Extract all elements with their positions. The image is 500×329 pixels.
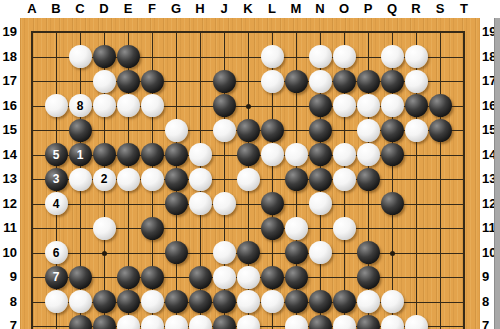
stone-white-P16 — [357, 94, 380, 117]
move-number: 5 — [53, 149, 60, 161]
stone-white-R15 — [405, 119, 428, 142]
stone-black-D8 — [93, 290, 116, 313]
stone-black-E17 — [117, 70, 140, 93]
stone-white-B10: 6 — [45, 241, 68, 264]
stone-black-O8 — [333, 290, 356, 313]
stone-black-B14: 5 — [45, 143, 68, 166]
stone-white-J12 — [213, 192, 236, 215]
stone-white-H14 — [189, 143, 212, 166]
stone-black-Q12 — [381, 192, 404, 215]
stone-white-N18 — [309, 45, 332, 68]
stone-white-N17 — [309, 70, 332, 93]
stone-black-B9: 7 — [45, 266, 68, 289]
stone-black-G13 — [165, 168, 188, 191]
stone-white-O13 — [333, 168, 356, 191]
star-point-K16 — [246, 104, 251, 109]
stone-white-N10 — [309, 241, 332, 264]
row-label-left-14: 14 — [0, 146, 17, 164]
row-label-left-15: 15 — [0, 121, 17, 139]
stone-white-P8 — [357, 290, 380, 313]
stone-white-Q8 — [381, 290, 404, 313]
stone-black-C7 — [69, 315, 92, 329]
stone-black-N7 — [309, 315, 332, 329]
stone-white-M7 — [285, 315, 308, 329]
column-label-J: J — [212, 0, 236, 17]
stone-black-L11 — [261, 217, 284, 240]
stone-white-B16 — [45, 94, 68, 117]
stone-black-N13 — [309, 168, 332, 191]
stone-white-Q16 — [381, 94, 404, 117]
stone-white-K9 — [237, 266, 260, 289]
stone-black-S15 — [429, 119, 452, 142]
stone-black-M13 — [285, 168, 308, 191]
move-number: 3 — [53, 173, 60, 185]
stone-black-H8 — [189, 290, 212, 313]
stone-black-Q14 — [381, 143, 404, 166]
stone-white-P15 — [357, 119, 380, 142]
grid-line-vertical — [31, 31, 33, 329]
column-label-K: K — [236, 0, 260, 17]
stone-white-F7 — [141, 315, 164, 329]
stone-white-R18 — [405, 45, 428, 68]
column-label-M: M — [284, 0, 308, 17]
stone-black-P17 — [357, 70, 380, 93]
stone-white-G15 — [165, 119, 188, 142]
go-board-screen: ABCDEFGHJKLMNOPQRST 19181716151413121110… — [0, 0, 500, 329]
column-label-C: C — [68, 0, 92, 17]
stone-black-J7 — [213, 315, 236, 329]
stone-black-R16 — [405, 94, 428, 117]
stone-black-K15 — [237, 119, 260, 142]
stone-white-D16 — [93, 94, 116, 117]
stone-black-N16 — [309, 94, 332, 117]
column-label-G: G — [164, 0, 188, 17]
stone-white-F16 — [141, 94, 164, 117]
stone-white-C18 — [69, 45, 92, 68]
row-label-left-16: 16 — [0, 97, 17, 115]
stone-black-J16 — [213, 94, 236, 117]
stone-black-Q17 — [381, 70, 404, 93]
stone-black-H9 — [189, 266, 212, 289]
stone-black-N14 — [309, 143, 332, 166]
column-label-D: D — [92, 0, 116, 17]
stone-black-O17 — [333, 70, 356, 93]
row-label-left-13: 13 — [0, 170, 17, 188]
stone-black-F17 — [141, 70, 164, 93]
stone-white-B8 — [45, 290, 68, 313]
row-label-left-17: 17 — [0, 72, 17, 90]
stone-black-L12 — [261, 192, 284, 215]
row-label-left-11: 11 — [0, 219, 17, 237]
column-label-Q: Q — [380, 0, 404, 17]
stone-black-P10 — [357, 241, 380, 264]
stone-black-G10 — [165, 241, 188, 264]
stone-white-O14 — [333, 143, 356, 166]
stone-black-F11 — [141, 217, 164, 240]
stone-white-D17 — [93, 70, 116, 93]
stone-white-L18 — [261, 45, 284, 68]
stone-white-C13 — [69, 168, 92, 191]
column-label-E: E — [116, 0, 140, 17]
stone-white-H13 — [189, 168, 212, 191]
stone-black-N15 — [309, 119, 332, 142]
column-label-T: T — [452, 0, 476, 17]
star-point-D10 — [102, 251, 107, 256]
row-label-left-10: 10 — [0, 244, 17, 262]
column-label-L: L — [260, 0, 284, 17]
stone-black-P7 — [357, 315, 380, 329]
row-label-left-18: 18 — [0, 48, 17, 66]
stone-white-J10 — [213, 241, 236, 264]
stone-white-O18 — [333, 45, 356, 68]
stone-white-F8 — [141, 290, 164, 313]
stone-white-C16: 8 — [69, 94, 92, 117]
stone-white-K13 — [237, 168, 260, 191]
row-label-left-19: 19 — [0, 23, 17, 41]
stone-white-D13: 2 — [93, 168, 116, 191]
stone-white-C8 — [69, 290, 92, 313]
stone-black-C9 — [69, 266, 92, 289]
stone-black-J17 — [213, 70, 236, 93]
stone-black-N8 — [309, 290, 332, 313]
stone-white-H7 — [189, 315, 212, 329]
stone-black-E14 — [117, 143, 140, 166]
move-number: 6 — [53, 247, 60, 259]
stone-black-E18 — [117, 45, 140, 68]
stone-white-J9 — [213, 266, 236, 289]
stone-black-S16 — [429, 94, 452, 117]
stone-white-O16 — [333, 94, 356, 117]
stone-white-E13 — [117, 168, 140, 191]
stone-black-L15 — [261, 119, 284, 142]
stone-black-E8 — [117, 290, 140, 313]
stone-black-C14: 1 — [69, 143, 92, 166]
move-number: 1 — [77, 149, 84, 161]
column-label-B: B — [44, 0, 68, 17]
stone-black-F14 — [141, 143, 164, 166]
stone-white-L8 — [261, 290, 284, 313]
stone-white-R17 — [405, 70, 428, 93]
stone-white-P14 — [357, 143, 380, 166]
column-label-O: O — [332, 0, 356, 17]
stone-white-Q18 — [381, 45, 404, 68]
row-label-left-9: 9 — [0, 268, 17, 286]
stone-white-O11 — [333, 217, 356, 240]
stone-white-O7 — [333, 315, 356, 329]
stone-black-G12 — [165, 192, 188, 215]
stone-black-K10 — [237, 241, 260, 264]
stone-black-D14 — [93, 143, 116, 166]
stone-black-Q15 — [381, 119, 404, 142]
stone-white-H12 — [189, 192, 212, 215]
move-number: 4 — [53, 198, 60, 210]
stone-white-Q7 — [381, 315, 404, 329]
stone-black-G8 — [165, 290, 188, 313]
stone-black-L9 — [261, 266, 284, 289]
stone-white-M11 — [285, 217, 308, 240]
stone-white-L17 — [261, 70, 284, 93]
stone-white-B12: 4 — [45, 192, 68, 215]
stone-white-N12 — [309, 192, 332, 215]
column-label-R: R — [404, 0, 428, 17]
move-number: 7 — [53, 271, 60, 283]
stone-white-L14 — [261, 143, 284, 166]
stone-white-J15 — [213, 119, 236, 142]
stone-black-F9 — [141, 266, 164, 289]
stone-black-M9 — [285, 266, 308, 289]
stone-white-G7 — [165, 315, 188, 329]
stone-black-D18 — [93, 45, 116, 68]
stone-black-P9 — [357, 266, 380, 289]
stone-white-E7 — [117, 315, 140, 329]
column-label-S: S — [428, 0, 452, 17]
column-label-P: P — [356, 0, 380, 17]
grid-line-vertical — [440, 31, 441, 329]
row-label-left-8: 8 — [0, 293, 17, 311]
move-number: 2 — [101, 173, 108, 185]
stone-black-G14 — [165, 143, 188, 166]
grid-line-vertical — [463, 31, 465, 329]
stone-black-M8 — [285, 290, 308, 313]
stone-white-K8 — [237, 290, 260, 313]
stone-black-M17 — [285, 70, 308, 93]
stone-white-M14 — [285, 143, 308, 166]
stone-white-R7 — [405, 315, 428, 329]
grid-line-horizontal — [31, 31, 465, 33]
stone-black-P13 — [357, 168, 380, 191]
stone-black-M10 — [285, 241, 308, 264]
stone-black-B13: 3 — [45, 168, 68, 191]
stone-black-K14 — [237, 143, 260, 166]
stone-white-K7 — [237, 315, 260, 329]
row-label-left-12: 12 — [0, 195, 17, 213]
row-label-left-7: 7 — [0, 317, 17, 329]
stone-black-E9 — [117, 266, 140, 289]
go-board[interactable]: 85132467 — [20, 18, 480, 329]
column-label-F: F — [140, 0, 164, 17]
star-point-Q10 — [390, 251, 395, 256]
stone-black-C15 — [69, 119, 92, 142]
stone-black-J8 — [213, 290, 236, 313]
column-label-N: N — [308, 0, 332, 17]
stone-black-D7 — [93, 315, 116, 329]
column-label-A: A — [20, 0, 44, 17]
move-number: 8 — [77, 100, 84, 112]
stone-white-D11 — [93, 217, 116, 240]
stone-white-E16 — [117, 94, 140, 117]
stone-white-F13 — [141, 168, 164, 191]
scrollbar[interactable] — [494, 18, 500, 329]
column-label-H: H — [188, 0, 212, 17]
